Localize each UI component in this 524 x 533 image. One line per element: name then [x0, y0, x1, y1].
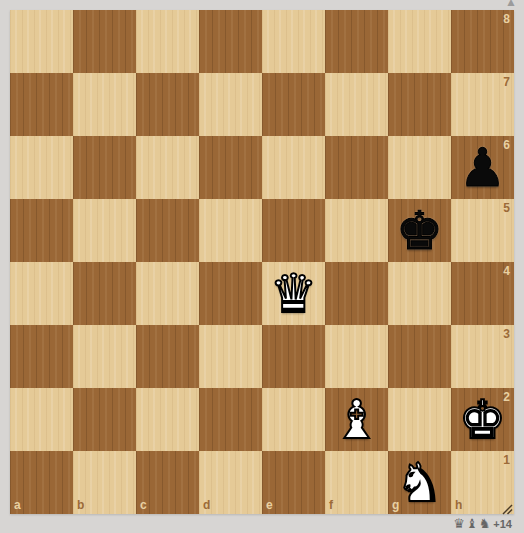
square-c1[interactable]: c — [136, 451, 199, 514]
file-label-a: a — [14, 499, 21, 511]
square-a5[interactable] — [10, 199, 73, 262]
square-c6[interactable] — [136, 136, 199, 199]
square-b2[interactable] — [73, 388, 136, 451]
square-e2[interactable] — [262, 388, 325, 451]
square-f8[interactable] — [325, 10, 388, 73]
square-c8[interactable] — [136, 10, 199, 73]
square-h5[interactable]: 5 — [451, 199, 514, 262]
rank-label-5: 5 — [503, 202, 510, 214]
square-h8[interactable]: 8 — [451, 10, 514, 73]
square-h3[interactable]: 3 — [451, 325, 514, 388]
knight-icon: ♞ — [479, 516, 491, 532]
square-a4[interactable] — [10, 262, 73, 325]
square-f2[interactable]: ♝ — [325, 388, 388, 451]
square-b3[interactable] — [73, 325, 136, 388]
rank-label-8: 8 — [503, 13, 510, 25]
square-b4[interactable] — [73, 262, 136, 325]
square-f6[interactable] — [325, 136, 388, 199]
square-e5[interactable] — [262, 199, 325, 262]
square-c5[interactable] — [136, 199, 199, 262]
square-f7[interactable] — [325, 73, 388, 136]
file-label-b: b — [77, 499, 84, 511]
square-b5[interactable] — [73, 199, 136, 262]
square-d8[interactable] — [199, 10, 262, 73]
square-h4[interactable]: 4 — [451, 262, 514, 325]
black-pawn[interactable]: ♟ — [451, 136, 514, 199]
square-e7[interactable] — [262, 73, 325, 136]
square-g5[interactable]: ♚ — [388, 199, 451, 262]
square-e1[interactable]: e — [262, 451, 325, 514]
square-g3[interactable] — [388, 325, 451, 388]
square-d7[interactable] — [199, 73, 262, 136]
square-g2[interactable] — [388, 388, 451, 451]
queen-icon: ♛ — [453, 516, 465, 532]
square-g7[interactable] — [388, 73, 451, 136]
square-h6[interactable]: 6♟ — [451, 136, 514, 199]
square-c7[interactable] — [136, 73, 199, 136]
square-g8[interactable] — [388, 10, 451, 73]
square-c3[interactable] — [136, 325, 199, 388]
square-f4[interactable] — [325, 262, 388, 325]
material-advantage-value: +14 — [493, 518, 512, 530]
square-e4[interactable]: ♛ — [262, 262, 325, 325]
chess-board: 876♟♚5♛43♝2♚abcdefg♞1h — [10, 10, 514, 514]
rank-label-4: 4 — [503, 265, 510, 277]
material-advantage-tray: ♛♝♞+14 — [453, 516, 512, 532]
board-resize-handle[interactable] — [501, 501, 513, 513]
square-c2[interactable] — [136, 388, 199, 451]
file-label-e: e — [266, 499, 273, 511]
square-h7[interactable]: 7 — [451, 73, 514, 136]
white-knight[interactable]: ♞ — [388, 451, 451, 514]
square-a3[interactable] — [10, 325, 73, 388]
square-f1[interactable]: f — [325, 451, 388, 514]
square-a7[interactable] — [10, 73, 73, 136]
square-e3[interactable] — [262, 325, 325, 388]
rank-label-1: 1 — [503, 454, 510, 466]
rank-label-3: 3 — [503, 328, 510, 340]
square-e8[interactable] — [262, 10, 325, 73]
scroll-up-arrow-icon[interactable]: ▲ — [505, 0, 517, 8]
white-king[interactable]: ♚ — [451, 388, 514, 451]
black-king[interactable]: ♚ — [388, 199, 451, 262]
square-h2[interactable]: 2♚ — [451, 388, 514, 451]
white-queen[interactable]: ♛ — [262, 262, 325, 325]
square-a6[interactable] — [10, 136, 73, 199]
file-label-f: f — [329, 499, 333, 511]
square-d6[interactable] — [199, 136, 262, 199]
square-b1[interactable]: b — [73, 451, 136, 514]
square-f5[interactable] — [325, 199, 388, 262]
file-label-c: c — [140, 499, 147, 511]
square-d4[interactable] — [199, 262, 262, 325]
square-b6[interactable] — [73, 136, 136, 199]
square-a8[interactable] — [10, 10, 73, 73]
square-b8[interactable] — [73, 10, 136, 73]
square-b7[interactable] — [73, 73, 136, 136]
square-d1[interactable]: d — [199, 451, 262, 514]
square-a2[interactable] — [10, 388, 73, 451]
square-g4[interactable] — [388, 262, 451, 325]
file-label-h: h — [455, 499, 462, 511]
square-a1[interactable]: a — [10, 451, 73, 514]
file-label-d: d — [203, 499, 210, 511]
square-c4[interactable] — [136, 262, 199, 325]
square-g6[interactable] — [388, 136, 451, 199]
square-d2[interactable] — [199, 388, 262, 451]
square-g1[interactable]: g♞ — [388, 451, 451, 514]
square-d3[interactable] — [199, 325, 262, 388]
resize-grip-icon — [501, 503, 513, 515]
square-e6[interactable] — [262, 136, 325, 199]
square-f3[interactable] — [325, 325, 388, 388]
white-bishop[interactable]: ♝ — [325, 388, 388, 451]
bishop-icon: ♝ — [466, 516, 478, 532]
square-d5[interactable] — [199, 199, 262, 262]
rank-label-7: 7 — [503, 76, 510, 88]
